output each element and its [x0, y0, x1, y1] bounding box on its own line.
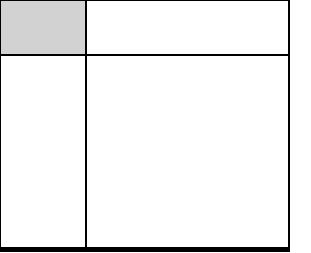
- board: [87, 56, 288, 247]
- top-clues: [87, 1, 288, 54]
- corner-watermark: [1, 1, 85, 54]
- puzzle-frame: [0, 0, 290, 252]
- nonogram-screenshot: [0, 0, 311, 253]
- left-clues: [1, 56, 85, 247]
